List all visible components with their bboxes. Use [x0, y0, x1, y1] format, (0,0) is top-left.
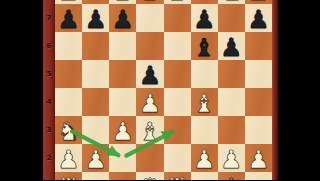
square-b4[interactable] [82, 88, 109, 116]
square-a6[interactable] [55, 32, 82, 60]
board-frame-left: 87654321 [43, 0, 55, 180]
square-g4[interactable] [218, 88, 245, 116]
rank-label-7: 7 [43, 13, 55, 23]
square-g1[interactable]: ♚ [218, 172, 245, 181]
square-a2[interactable]: ♟ [55, 144, 82, 172]
square-e4[interactable] [164, 88, 191, 116]
square-f5[interactable] [191, 60, 218, 88]
square-b6[interactable] [82, 32, 109, 60]
square-c5[interactable] [109, 60, 136, 88]
piece-white-bishop-d3[interactable]: ♝ [136, 117, 163, 145]
square-h1[interactable] [245, 172, 272, 181]
piece-white-queen-d1[interactable]: ♛ [136, 173, 163, 180]
square-d3[interactable]: ♝ [136, 116, 163, 144]
square-b1[interactable] [82, 172, 109, 181]
piece-white-pawn-a2[interactable]: ♟ [55, 145, 82, 173]
square-e6[interactable] [164, 32, 191, 60]
square-b5[interactable] [82, 60, 109, 88]
piece-black-pawn-g6[interactable]: ♟ [218, 33, 245, 61]
square-g2[interactable]: ♟ [218, 144, 245, 172]
square-c7[interactable]: ♟ [109, 4, 136, 32]
piece-black-pawn-f7[interactable]: ♟ [191, 5, 218, 33]
piece-black-pawn-c7[interactable]: ♟ [109, 5, 136, 33]
chess-board: ♜♝♛♚♞♜♟♟♟♟♟♝♟♟♟♝♞♟♝♟♟♟♟♟♜♛♜♚ [55, 0, 272, 180]
rank-label-5: 5 [43, 69, 55, 79]
square-f7[interactable]: ♟ [191, 4, 218, 32]
piece-white-bishop-f4[interactable]: ♝ [191, 89, 218, 117]
square-b2[interactable]: ♟ [82, 144, 109, 172]
square-g6[interactable]: ♟ [218, 32, 245, 60]
square-f3[interactable] [191, 116, 218, 144]
square-b7[interactable]: ♟ [82, 4, 109, 32]
piece-white-rook-e1[interactable]: ♜ [164, 173, 191, 180]
square-f4[interactable]: ♝ [191, 88, 218, 116]
piece-white-pawn-b2[interactable]: ♟ [82, 145, 109, 173]
piece-white-pawn-h2[interactable]: ♟ [245, 145, 272, 173]
piece-black-pawn-h7[interactable]: ♟ [245, 5, 272, 33]
board-frame-right [272, 0, 278, 180]
square-d5[interactable]: ♟ [136, 60, 163, 88]
square-b3[interactable] [82, 116, 109, 144]
square-d4[interactable]: ♟ [136, 88, 163, 116]
piece-white-king-g1[interactable]: ♚ [218, 173, 245, 180]
square-e7[interactable] [164, 4, 191, 32]
square-d6[interactable] [136, 32, 163, 60]
video-frame-background: ♜♝♛♚♞♜♟♟♟♟♟♝♟♟♟♝♞♟♝♟♟♟♟♟♜♛♜♚ 87654321 [0, 0, 320, 180]
square-h6[interactable] [245, 32, 272, 60]
piece-white-pawn-c3[interactable]: ♟ [109, 117, 136, 145]
square-f1[interactable] [191, 172, 218, 181]
square-e1[interactable]: ♜ [164, 172, 191, 181]
square-h7[interactable]: ♟ [245, 4, 272, 32]
rank-label-4: 4 [43, 97, 55, 107]
square-g5[interactable] [218, 60, 245, 88]
piece-white-pawn-f2[interactable]: ♟ [191, 145, 218, 173]
square-f2[interactable]: ♟ [191, 144, 218, 172]
square-f6[interactable]: ♝ [191, 32, 218, 60]
square-c3[interactable]: ♟ [109, 116, 136, 144]
piece-black-pawn-b7[interactable]: ♟ [82, 5, 109, 33]
square-d7[interactable] [136, 4, 163, 32]
rank-label-6: 6 [43, 41, 55, 51]
piece-white-knight-a3[interactable]: ♞ [55, 117, 82, 145]
square-e2[interactable] [164, 144, 191, 172]
square-h4[interactable] [245, 88, 272, 116]
square-a7[interactable]: ♟ [55, 4, 82, 32]
square-c4[interactable] [109, 88, 136, 116]
square-a5[interactable] [55, 60, 82, 88]
square-g3[interactable] [218, 116, 245, 144]
square-h3[interactable] [245, 116, 272, 144]
square-a3[interactable]: ♞ [55, 116, 82, 144]
square-d2[interactable] [136, 144, 163, 172]
square-c1[interactable] [109, 172, 136, 181]
piece-black-pawn-a7[interactable]: ♟ [55, 5, 82, 33]
square-h5[interactable] [245, 60, 272, 88]
square-e3[interactable] [164, 116, 191, 144]
piece-white-pawn-g2[interactable]: ♟ [218, 145, 245, 173]
rank-label-3: 3 [43, 125, 55, 135]
rank-label-2: 2 [43, 153, 55, 163]
piece-white-pawn-d4[interactable]: ♟ [136, 89, 163, 117]
piece-white-rook-a1[interactable]: ♜ [55, 173, 82, 180]
square-c6[interactable] [109, 32, 136, 60]
piece-black-bishop-f6[interactable]: ♝ [191, 33, 218, 61]
piece-black-pawn-d5[interactable]: ♟ [136, 61, 163, 89]
square-c2[interactable] [109, 144, 136, 172]
square-d1[interactable]: ♛ [136, 172, 163, 181]
square-e5[interactable] [164, 60, 191, 88]
square-h2[interactable]: ♟ [245, 144, 272, 172]
square-a4[interactable] [55, 88, 82, 116]
square-g7[interactable] [218, 4, 245, 32]
square-a1[interactable]: ♜ [55, 172, 82, 181]
